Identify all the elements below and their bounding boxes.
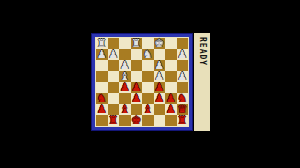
square-a5[interactable] <box>96 71 108 82</box>
red-bishop-c2[interactable]: ♝ <box>120 104 130 115</box>
square-g8[interactable] <box>165 38 177 49</box>
status-side-strip: READY <box>194 33 210 131</box>
red-pawn-f3[interactable]: ♟ <box>154 93 164 104</box>
square-b4[interactable] <box>108 82 120 93</box>
silver-pawn-a7[interactable]: ♟ <box>97 49 107 60</box>
square-c8[interactable] <box>119 38 131 49</box>
ready-status-text: READY <box>198 37 207 131</box>
square-b5[interactable] <box>108 71 120 82</box>
square-f3[interactable]: ♟ <box>154 93 166 104</box>
square-b3[interactable] <box>108 93 120 104</box>
square-d1[interactable]: ♚ <box>131 115 143 126</box>
silver-pawn-b7[interactable]: ♟ <box>108 49 118 60</box>
square-g7[interactable] <box>165 49 177 60</box>
red-pawn-c4[interactable]: ♟ <box>120 82 130 93</box>
square-g1[interactable] <box>165 115 177 126</box>
square-b7[interactable]: ♟ <box>108 49 120 60</box>
square-a2[interactable]: ♟ <box>96 104 108 115</box>
square-f2[interactable] <box>154 104 166 115</box>
silver-king-f8[interactable]: ♚ <box>154 38 164 49</box>
chess-board[interactable]: ♜♜♚♟♟♞♟♟♟♝♟♟♟♟♟♞♟♟♟♞♟♝♝♟♛♜♚♜ <box>96 38 188 126</box>
square-g2[interactable]: ♟ <box>165 104 177 115</box>
red-pawn-a2[interactable]: ♟ <box>97 104 107 115</box>
square-e2[interactable]: ♝ <box>142 104 154 115</box>
square-d8[interactable]: ♜ <box>131 38 143 49</box>
square-f8[interactable]: ♚ <box>154 38 166 49</box>
red-rook-h1[interactable]: ♜ <box>177 115 187 126</box>
red-bishop-e2[interactable]: ♝ <box>143 104 153 115</box>
square-h5[interactable]: ♟ <box>177 71 189 82</box>
square-e4[interactable] <box>142 82 154 93</box>
square-e5[interactable] <box>142 71 154 82</box>
square-d3[interactable]: ♟ <box>131 93 143 104</box>
square-b1[interactable]: ♜ <box>108 115 120 126</box>
square-c4[interactable]: ♟ <box>119 82 131 93</box>
square-g5[interactable] <box>165 71 177 82</box>
silver-pawn-h5[interactable]: ♟ <box>177 71 187 82</box>
square-h7[interactable]: ♟ <box>177 49 189 60</box>
square-c2[interactable]: ♝ <box>119 104 131 115</box>
square-g6[interactable] <box>165 60 177 71</box>
red-pawn-g2[interactable]: ♟ <box>166 104 176 115</box>
board-frame-inner-line: ♜♜♚♟♟♞♟♟♟♝♟♟♟♟♟♞♟♟♟♞♟♝♝♟♛♜♚♜ <box>95 37 189 127</box>
square-f1[interactable] <box>154 115 166 126</box>
red-pawn-d3[interactable]: ♟ <box>131 93 141 104</box>
square-a1[interactable] <box>96 115 108 126</box>
square-b6[interactable] <box>108 60 120 71</box>
chess-board-panel: ♜♜♚♟♟♞♟♟♟♝♟♟♟♟♟♞♟♟♟♞♟♝♝♟♛♜♚♜ <box>91 33 193 131</box>
square-e6[interactable] <box>142 60 154 71</box>
silver-rook-d8[interactable]: ♜ <box>131 38 141 49</box>
square-h1[interactable]: ♜ <box>177 115 189 126</box>
square-d6[interactable] <box>131 60 143 71</box>
red-king-d1[interactable]: ♚ <box>131 115 141 126</box>
square-a6[interactable] <box>96 60 108 71</box>
game-screen: ♜♜♚♟♟♞♟♟♟♝♟♟♟♟♟♞♟♟♟♞♟♝♝♟♛♜♚♜ READY <box>0 0 300 168</box>
square-a7[interactable]: ♟ <box>96 49 108 60</box>
silver-pawn-h7[interactable]: ♟ <box>177 49 187 60</box>
square-c1[interactable] <box>119 115 131 126</box>
square-e1[interactable] <box>142 115 154 126</box>
silver-knight-e7[interactable]: ♞ <box>143 49 153 60</box>
square-e7[interactable]: ♞ <box>142 49 154 60</box>
square-d7[interactable] <box>131 49 143 60</box>
red-rook-b1[interactable]: ♜ <box>108 115 118 126</box>
